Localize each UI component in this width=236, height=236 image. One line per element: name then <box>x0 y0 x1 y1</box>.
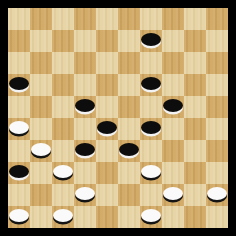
square-r7-c3 <box>74 162 96 184</box>
square-r6-c4 <box>96 140 118 162</box>
square-r4-c6 <box>140 96 162 118</box>
square-19[interactable] <box>140 74 162 96</box>
square-9[interactable] <box>140 30 162 52</box>
square-34[interactable] <box>162 140 184 162</box>
black-man[interactable] <box>141 77 161 90</box>
square-25[interactable] <box>206 96 228 118</box>
black-man[interactable] <box>75 143 95 156</box>
square-r8-c6 <box>140 184 162 206</box>
square-r3-c1 <box>30 74 52 96</box>
square-r9-c9 <box>206 206 228 228</box>
square-37[interactable] <box>52 162 74 184</box>
square-r8-c0 <box>8 184 30 206</box>
square-r0-c0 <box>8 8 30 30</box>
black-man[interactable] <box>141 121 161 134</box>
square-r4-c8 <box>184 96 206 118</box>
square-r6-c6 <box>140 140 162 162</box>
square-10[interactable] <box>184 30 206 52</box>
square-26[interactable] <box>8 118 30 140</box>
square-r0-c6 <box>140 8 162 30</box>
square-36[interactable] <box>8 162 30 184</box>
black-man[interactable] <box>9 165 29 178</box>
square-38[interactable] <box>96 162 118 184</box>
square-31[interactable] <box>30 140 52 162</box>
square-1[interactable] <box>30 8 52 30</box>
white-man[interactable] <box>163 187 183 200</box>
square-50[interactable] <box>184 206 206 228</box>
square-r5-c1 <box>30 118 52 140</box>
square-2[interactable] <box>74 8 96 30</box>
square-r2-c0 <box>8 52 30 74</box>
square-r3-c3 <box>74 74 96 96</box>
square-22[interactable] <box>74 96 96 118</box>
square-r1-c9 <box>206 30 228 52</box>
square-r2-c6 <box>140 52 162 74</box>
black-man[interactable] <box>75 99 95 112</box>
square-r2-c8 <box>184 52 206 74</box>
square-r1-c5 <box>118 30 140 52</box>
square-r7-c9 <box>206 162 228 184</box>
white-man[interactable] <box>9 209 29 222</box>
square-r9-c7 <box>162 206 184 228</box>
square-r5-c9 <box>206 118 228 140</box>
square-r3-c9 <box>206 74 228 96</box>
square-r7-c1 <box>30 162 52 184</box>
square-41[interactable] <box>30 184 52 206</box>
white-man[interactable] <box>9 121 29 134</box>
white-man[interactable] <box>31 143 51 156</box>
square-r4-c0 <box>8 96 30 118</box>
white-man[interactable] <box>53 165 73 178</box>
square-48[interactable] <box>96 206 118 228</box>
square-43[interactable] <box>118 184 140 206</box>
square-45[interactable] <box>206 184 228 206</box>
square-30[interactable] <box>184 118 206 140</box>
square-11[interactable] <box>30 52 52 74</box>
square-r8-c8 <box>184 184 206 206</box>
square-4[interactable] <box>162 8 184 30</box>
white-man[interactable] <box>141 209 161 222</box>
square-r9-c1 <box>30 206 52 228</box>
square-23[interactable] <box>118 96 140 118</box>
square-47[interactable] <box>52 206 74 228</box>
square-24[interactable] <box>162 96 184 118</box>
square-r3-c5 <box>118 74 140 96</box>
square-r1-c3 <box>74 30 96 52</box>
square-39[interactable] <box>140 162 162 184</box>
white-man[interactable] <box>207 187 227 200</box>
black-man[interactable] <box>141 33 161 46</box>
square-r6-c2 <box>52 140 74 162</box>
black-man[interactable] <box>9 77 29 90</box>
square-r5-c5 <box>118 118 140 140</box>
square-7[interactable] <box>52 30 74 52</box>
board-frame <box>0 0 236 236</box>
square-17[interactable] <box>52 74 74 96</box>
square-33[interactable] <box>118 140 140 162</box>
draughts-board <box>8 8 228 228</box>
square-r5-c7 <box>162 118 184 140</box>
square-20[interactable] <box>184 74 206 96</box>
square-46[interactable] <box>8 206 30 228</box>
square-r8-c4 <box>96 184 118 206</box>
black-man[interactable] <box>97 121 117 134</box>
square-28[interactable] <box>96 118 118 140</box>
square-14[interactable] <box>162 52 184 74</box>
black-man[interactable] <box>163 99 183 112</box>
square-r3-c7 <box>162 74 184 96</box>
square-12[interactable] <box>74 52 96 74</box>
square-44[interactable] <box>162 184 184 206</box>
black-man[interactable] <box>119 143 139 156</box>
square-r7-c7 <box>162 162 184 184</box>
white-man[interactable] <box>141 165 161 178</box>
square-49[interactable] <box>140 206 162 228</box>
square-13[interactable] <box>118 52 140 74</box>
square-r5-c3 <box>74 118 96 140</box>
square-r2-c2 <box>52 52 74 74</box>
square-42[interactable] <box>74 184 96 206</box>
square-16[interactable] <box>8 74 30 96</box>
square-r9-c5 <box>118 206 140 228</box>
square-r0-c4 <box>96 8 118 30</box>
square-r9-c3 <box>74 206 96 228</box>
square-r1-c1 <box>30 30 52 52</box>
square-18[interactable] <box>96 74 118 96</box>
square-6[interactable] <box>8 30 30 52</box>
square-21[interactable] <box>30 96 52 118</box>
square-r0-c2 <box>52 8 74 30</box>
square-5[interactable] <box>206 8 228 30</box>
square-35[interactable] <box>206 140 228 162</box>
square-r4-c4 <box>96 96 118 118</box>
square-3[interactable] <box>118 8 140 30</box>
white-man[interactable] <box>53 209 73 222</box>
square-r4-c2 <box>52 96 74 118</box>
square-r1-c7 <box>162 30 184 52</box>
square-r7-c5 <box>118 162 140 184</box>
square-r6-c8 <box>184 140 206 162</box>
square-32[interactable] <box>74 140 96 162</box>
square-r2-c4 <box>96 52 118 74</box>
square-r8-c2 <box>52 184 74 206</box>
square-8[interactable] <box>96 30 118 52</box>
square-15[interactable] <box>206 52 228 74</box>
square-27[interactable] <box>52 118 74 140</box>
white-man[interactable] <box>75 187 95 200</box>
square-r6-c0 <box>8 140 30 162</box>
square-r0-c8 <box>184 8 206 30</box>
square-40[interactable] <box>184 162 206 184</box>
square-29[interactable] <box>140 118 162 140</box>
